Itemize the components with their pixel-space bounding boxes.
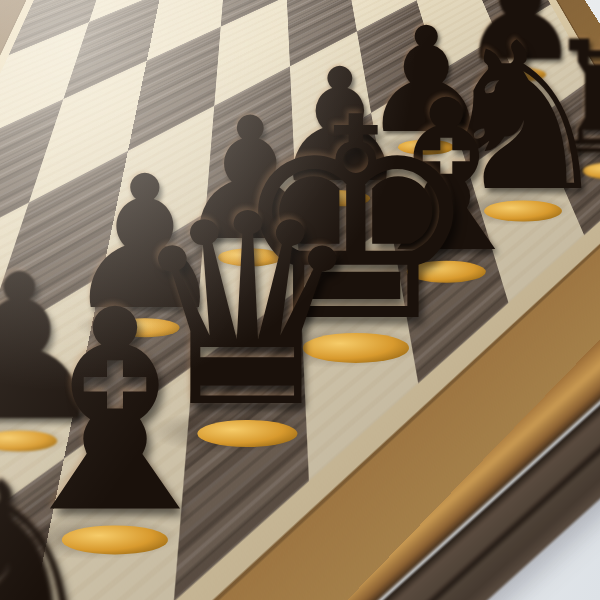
photo-stage: ♟♟♜♟♞♟♝♟♚♛♟♝♞ <box>0 0 600 600</box>
knight-glyph-icon: ♞ <box>0 459 104 600</box>
black-knight-b8: ♞ <box>0 459 104 600</box>
pieces-layer: ♟♟♜♟♞♟♝♟♚♛♟♝♞ <box>0 0 600 600</box>
